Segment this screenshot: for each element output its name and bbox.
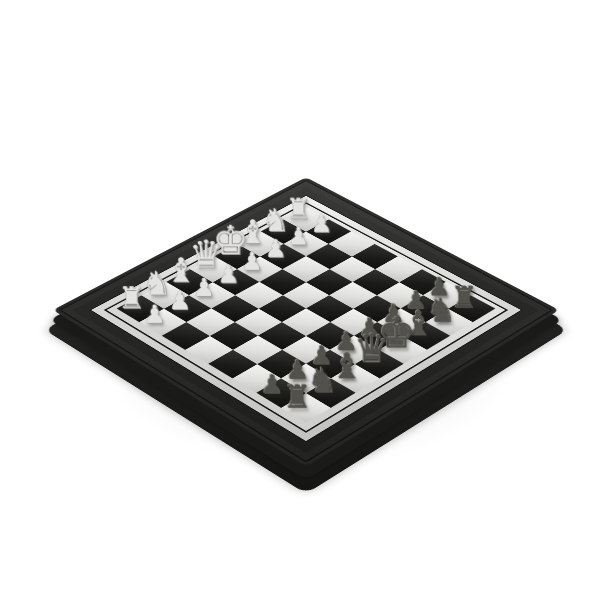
board-frame: ♜♟♟♜♞♟♟♞♝♟♟♝♚♟♟♚♛♟♟♛♝♟♟♝♞♟♟♞♜♟♟♜ [53, 177, 559, 466]
white-pawn-a2: ♟ [137, 301, 171, 326]
chessboard-3d-wrap: ♜♟♟♜♞♟♟♞♝♟♟♝♚♟♟♚♛♟♟♛♝♟♟♝♞♟♟♞♜♟♟♜ [127, 131, 485, 489]
square-a4 [185, 336, 233, 364]
board-pinstripe-border: ♜♟♟♜♞♟♟♞♝♟♟♝♚♟♟♚♛♟♟♛♝♟♟♝♞♟♟♞♜♟♟♜ [104, 202, 508, 433]
board-silver-border: ♜♟♟♜♞♟♟♞♝♟♟♝♚♟♟♚♛♟♟♛♝♟♟♝♞♟♟♞♜♟♟♜ [90, 195, 523, 442]
product-photo-canvas: ♜♟♟♜♞♟♟♞♝♟♟♝♚♟♟♚♛♟♟♛♝♟♟♝♞♟♟♞♜♟♟♜ [0, 0, 600, 600]
black-rook-a8: ♜ [280, 381, 315, 413]
board-grid: ♜♟♟♜♞♟♟♞♝♟♟♝♚♟♟♚♛♟♟♛♝♟♟♝♞♟♟♞♜♟♟♜ [117, 207, 499, 424]
